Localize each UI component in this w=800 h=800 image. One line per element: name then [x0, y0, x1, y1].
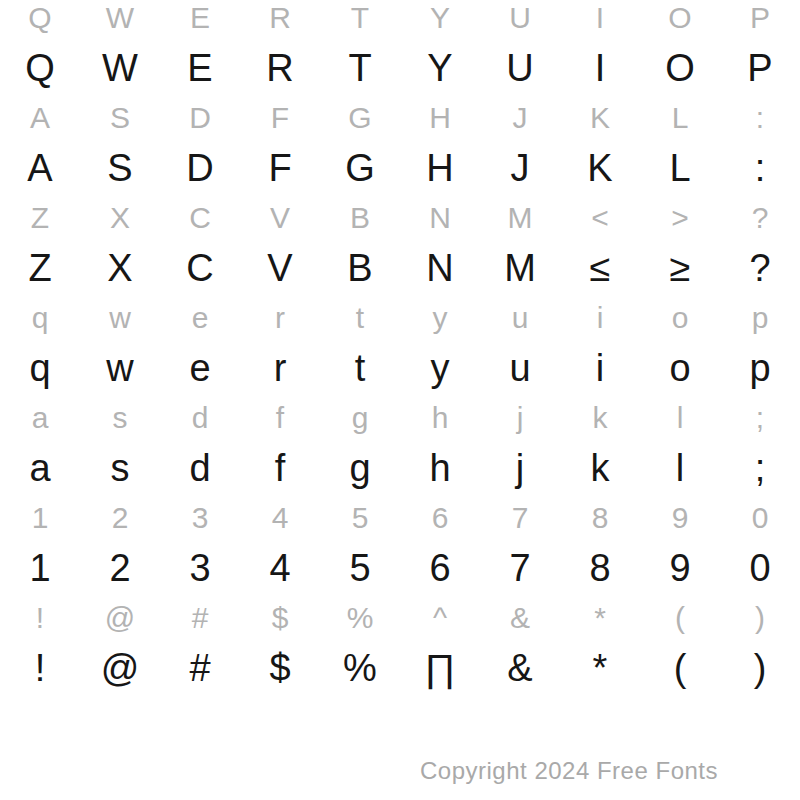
char-cell-r14-c7: & [480, 643, 560, 693]
char-cell-r1-c8: I [560, 0, 640, 43]
char-cell-r10-c6: h [400, 443, 480, 493]
char-cell-r4-c10: : [720, 143, 800, 193]
char-cell-r1-c4: R [240, 0, 320, 43]
char-cell-r3-c3: D [160, 93, 240, 143]
char-cell-r14-c1: ! [0, 643, 80, 693]
char-cell-r8-c7: u [480, 343, 560, 393]
char-cell-r9-c7: j [480, 393, 560, 443]
char-cell-r5-c8: < [560, 193, 640, 243]
char-cell-r7-c1: q [0, 293, 80, 343]
char-cell-r4-c3: D [160, 143, 240, 193]
char-cell-r8-c5: t [320, 343, 400, 393]
char-cell-r13-c3: # [160, 593, 240, 643]
char-cell-r14-c9: ( [640, 643, 720, 693]
char-cell-r2-c5: T [320, 43, 400, 93]
char-cell-r2-c4: R [240, 43, 320, 93]
char-cell-r3-c9: L [640, 93, 720, 143]
char-cell-r8-c9: o [640, 343, 720, 393]
char-cell-r9-c9: l [640, 393, 720, 443]
char-cell-r9-c5: g [320, 393, 400, 443]
char-cell-r9-c10: ; [720, 393, 800, 443]
char-cell-r7-c2: w [80, 293, 160, 343]
char-cell-r4-c4: F [240, 143, 320, 193]
char-cell-r3-c5: G [320, 93, 400, 143]
char-cell-r10-c7: j [480, 443, 560, 493]
char-cell-r8-c3: e [160, 343, 240, 393]
char-cell-r9-c6: h [400, 393, 480, 443]
char-cell-r9-c1: a [0, 393, 80, 443]
char-cell-r7-c10: p [720, 293, 800, 343]
char-cell-r3-c10: : [720, 93, 800, 143]
char-cell-r6-c4: V [240, 243, 320, 293]
char-cell-r2-c9: O [640, 43, 720, 93]
char-cell-r5-c5: B [320, 193, 400, 243]
char-cell-r2-c1: Q [0, 43, 80, 93]
char-cell-r8-c1: q [0, 343, 80, 393]
char-cell-r12-c3: 3 [160, 543, 240, 593]
char-cell-r13-c2: @ [80, 593, 160, 643]
char-cell-r2-c7: U [480, 43, 560, 93]
char-cell-r2-c6: Y [400, 43, 480, 93]
char-cell-r3-c7: J [480, 93, 560, 143]
char-cell-r2-c3: E [160, 43, 240, 93]
char-cell-r8-c2: w [80, 343, 160, 393]
char-cell-r10-c3: d [160, 443, 240, 493]
char-cell-r12-c10: 0 [720, 543, 800, 593]
char-cell-r14-c6: ∏ [400, 643, 480, 693]
char-cell-r11-c4: 4 [240, 493, 320, 543]
char-cell-r11-c10: 0 [720, 493, 800, 543]
char-cell-r11-c2: 2 [80, 493, 160, 543]
char-cell-r4-c2: S [80, 143, 160, 193]
char-cell-r13-c1: ! [0, 593, 80, 643]
char-cell-r10-c8: k [560, 443, 640, 493]
char-cell-r11-c5: 5 [320, 493, 400, 543]
char-cell-r13-c4: $ [240, 593, 320, 643]
char-cell-r1-c2: W [80, 0, 160, 43]
char-cell-r11-c3: 3 [160, 493, 240, 543]
char-cell-r13-c9: ( [640, 593, 720, 643]
char-cell-r1-c3: E [160, 0, 240, 43]
char-cell-r5-c1: Z [0, 193, 80, 243]
char-cell-r14-c3: # [160, 643, 240, 693]
char-cell-r1-c10: P [720, 0, 800, 43]
char-cell-r11-c8: 8 [560, 493, 640, 543]
char-cell-r7-c9: o [640, 293, 720, 343]
char-cell-r2-c10: P [720, 43, 800, 93]
copyright-text: Copyright 2024 Free Fonts [420, 757, 718, 785]
char-cell-r14-c2: @ [80, 643, 160, 693]
char-cell-r12-c1: 1 [0, 543, 80, 593]
char-cell-r3-c1: A [0, 93, 80, 143]
char-cell-r12-c2: 2 [80, 543, 160, 593]
char-cell-r1-c7: U [480, 0, 560, 43]
char-cell-r2-c8: I [560, 43, 640, 93]
char-cell-r4-c8: K [560, 143, 640, 193]
char-cell-r5-c7: M [480, 193, 560, 243]
char-cell-r6-c6: N [400, 243, 480, 293]
char-cell-r5-c2: X [80, 193, 160, 243]
char-cell-r10-c2: s [80, 443, 160, 493]
char-cell-r7-c5: t [320, 293, 400, 343]
char-cell-r5-c4: V [240, 193, 320, 243]
char-cell-r1-c9: O [640, 0, 720, 43]
char-cell-r11-c7: 7 [480, 493, 560, 543]
char-cell-r11-c9: 9 [640, 493, 720, 543]
char-cell-r3-c2: S [80, 93, 160, 143]
char-cell-r14-c4: $ [240, 643, 320, 693]
char-cell-r3-c6: H [400, 93, 480, 143]
char-cell-r13-c10: ) [720, 593, 800, 643]
char-cell-r13-c7: & [480, 593, 560, 643]
char-cell-r4-c6: H [400, 143, 480, 193]
char-cell-r14-c5: % [320, 643, 400, 693]
char-cell-r6-c5: B [320, 243, 400, 293]
char-cell-r13-c8: * [560, 593, 640, 643]
char-cell-r3-c4: F [240, 93, 320, 143]
char-cell-r4-c1: A [0, 143, 80, 193]
char-cell-r8-c4: r [240, 343, 320, 393]
char-cell-r13-c5: % [320, 593, 400, 643]
char-cell-r6-c2: X [80, 243, 160, 293]
char-cell-r6-c1: Z [0, 243, 80, 293]
char-cell-r3-c8: K [560, 93, 640, 143]
char-cell-r1-c6: Y [400, 0, 480, 43]
char-cell-r7-c7: u [480, 293, 560, 343]
char-cell-r14-c8: * [560, 643, 640, 693]
char-cell-r6-c8: ≤ [560, 243, 640, 293]
char-cell-r9-c4: f [240, 393, 320, 443]
char-cell-r6-c3: C [160, 243, 240, 293]
char-cell-r12-c5: 5 [320, 543, 400, 593]
char-cell-r5-c3: C [160, 193, 240, 243]
char-cell-r8-c8: i [560, 343, 640, 393]
char-cell-r6-c9: ≥ [640, 243, 720, 293]
char-cell-r11-c1: 1 [0, 493, 80, 543]
char-cell-r5-c10: ? [720, 193, 800, 243]
char-cell-r4-c7: J [480, 143, 560, 193]
char-cell-r9-c3: d [160, 393, 240, 443]
char-cell-r9-c8: k [560, 393, 640, 443]
char-cell-r1-c5: T [320, 0, 400, 43]
char-cell-r7-c4: r [240, 293, 320, 343]
char-cell-r2-c2: W [80, 43, 160, 93]
char-cell-r13-c6: ^ [400, 593, 480, 643]
char-grid: QWERTYUIOPQWERTYUIOPASDFGHJKL:ASDFGHJKL:… [0, 0, 800, 693]
char-cell-r12-c9: 9 [640, 543, 720, 593]
char-cell-r1-c1: Q [0, 0, 80, 43]
char-cell-r10-c5: g [320, 443, 400, 493]
char-cell-r10-c10: ; [720, 443, 800, 493]
char-cell-r12-c4: 4 [240, 543, 320, 593]
char-cell-r10-c9: l [640, 443, 720, 493]
char-cell-r10-c1: a [0, 443, 80, 493]
char-cell-r4-c9: L [640, 143, 720, 193]
char-cell-r7-c8: i [560, 293, 640, 343]
char-cell-r6-c10: ? [720, 243, 800, 293]
char-cell-r12-c8: 8 [560, 543, 640, 593]
char-cell-r14-c10: ) [720, 643, 800, 693]
char-cell-r5-c6: N [400, 193, 480, 243]
char-cell-r7-c3: e [160, 293, 240, 343]
char-cell-r11-c6: 6 [400, 493, 480, 543]
char-cell-r9-c2: s [80, 393, 160, 443]
char-cell-r12-c7: 7 [480, 543, 560, 593]
char-cell-r4-c5: G [320, 143, 400, 193]
char-cell-r5-c9: > [640, 193, 720, 243]
char-cell-r8-c6: y [400, 343, 480, 393]
char-cell-r8-c10: p [720, 343, 800, 393]
char-cell-r6-c7: M [480, 243, 560, 293]
char-cell-r12-c6: 6 [400, 543, 480, 593]
char-cell-r10-c4: f [240, 443, 320, 493]
char-cell-r7-c6: y [400, 293, 480, 343]
